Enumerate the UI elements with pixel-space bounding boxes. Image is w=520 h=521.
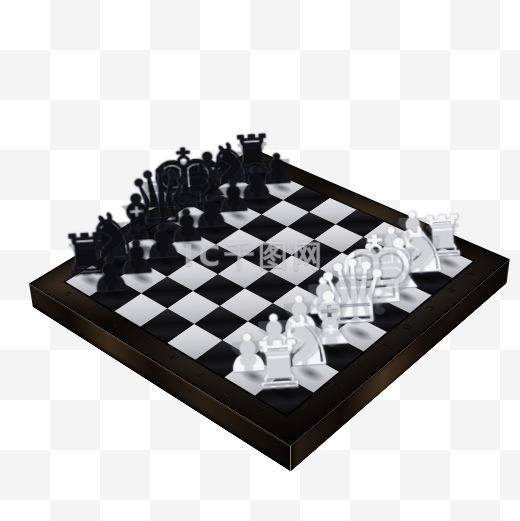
watermark-text: IC千图网 — [183, 236, 326, 277]
edge-label-rank-6: 6 — [111, 320, 124, 329]
chess-board: ♜♟♟♜♞♟♟♞♝♟♟♝♚♟♟♚♛♟♟♛♝♟♟♝♞♟♟♞♜♟♟♜ 8765432… — [29, 148, 510, 446]
edge-label-rank-5: 5 — [138, 336, 151, 345]
square-a7: ♟ — [90, 279, 142, 311]
edge-label-rank-7: 7 — [86, 304, 99, 312]
board-squares-grid: ♜♟♟♜♞♟♟♞♝♟♟♝♚♟♟♚♛♟♟♛♝♟♟♝♞♟♟♞♜♟♟♜ — [66, 165, 473, 415]
piece-glyph: ♜ — [208, 329, 350, 402]
piece-glyph: ♟ — [48, 247, 173, 301]
edge-label-file-H: H — [301, 403, 318, 415]
edge-label-rank-4: 4 — [165, 352, 178, 361]
edge-label-rank-1: 1 — [254, 406, 268, 416]
square-a1: ♜ — [255, 375, 313, 415]
stock-image-canvas: ♜♟♟♜♞♟♟♞♝♟♟♝♚♟♟♚♛♟♟♛♝♟♟♝♞♟♟♞♜♟♟♜ 8765432… — [0, 0, 520, 521]
